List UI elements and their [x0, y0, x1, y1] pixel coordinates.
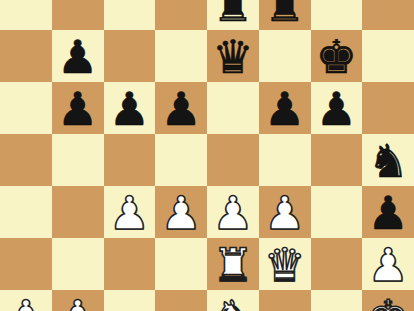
- square-b8[interactable]: [52, 0, 104, 30]
- white-pawn[interactable]: ♟: [57, 291, 98, 311]
- square-h7[interactable]: [362, 30, 414, 82]
- square-g2[interactable]: [311, 290, 363, 311]
- black-rook[interactable]: ♜: [212, 0, 253, 31]
- black-pawn[interactable]: ♟: [161, 83, 202, 135]
- black-pawn[interactable]: ♟: [109, 83, 150, 135]
- black-pawn[interactable]: ♟: [264, 83, 305, 135]
- square-c7[interactable]: [104, 30, 156, 82]
- square-e2[interactable]: ♞: [207, 290, 259, 311]
- square-a4[interactable]: [0, 186, 52, 238]
- black-rook[interactable]: ♜: [264, 0, 305, 31]
- white-pawn[interactable]: ♟: [5, 291, 46, 311]
- square-d2[interactable]: [155, 290, 207, 311]
- square-g8[interactable]: [311, 0, 363, 30]
- square-a2[interactable]: ♟: [0, 290, 52, 311]
- square-e8[interactable]: ♜: [207, 0, 259, 30]
- white-pawn[interactable]: ♟: [368, 239, 409, 291]
- black-queen[interactable]: ♛: [212, 31, 253, 83]
- black-pawn[interactable]: ♟: [57, 83, 98, 135]
- square-h4[interactable]: ♟: [362, 186, 414, 238]
- white-knight[interactable]: ♞: [212, 291, 253, 311]
- white-pawn[interactable]: ♟: [109, 187, 150, 239]
- square-a6[interactable]: [0, 82, 52, 134]
- square-c8[interactable]: [104, 0, 156, 30]
- square-g3[interactable]: [311, 238, 363, 290]
- square-f4[interactable]: ♟: [259, 186, 311, 238]
- square-e6[interactable]: [207, 82, 259, 134]
- square-b4[interactable]: [52, 186, 104, 238]
- square-d5[interactable]: [155, 134, 207, 186]
- square-d6[interactable]: ♟: [155, 82, 207, 134]
- square-h3[interactable]: ♟: [362, 238, 414, 290]
- square-d7[interactable]: [155, 30, 207, 82]
- white-pawn[interactable]: ♟: [264, 187, 305, 239]
- square-e3[interactable]: ♜: [207, 238, 259, 290]
- square-g7[interactable]: ♚: [311, 30, 363, 82]
- square-f7[interactable]: [259, 30, 311, 82]
- square-c5[interactable]: [104, 134, 156, 186]
- square-g5[interactable]: [311, 134, 363, 186]
- black-pawn[interactable]: ♟: [57, 31, 98, 83]
- square-d3[interactable]: [155, 238, 207, 290]
- square-g4[interactable]: [311, 186, 363, 238]
- square-f5[interactable]: [259, 134, 311, 186]
- square-c6[interactable]: ♟: [104, 82, 156, 134]
- square-b5[interactable]: [52, 134, 104, 186]
- square-e7[interactable]: ♛: [207, 30, 259, 82]
- chess-board-viewport: ♜♜♟♛♚♟♟♟♟♟♞♟♟♟♟♟♜♛♟♟♟♞♚: [0, 0, 414, 311]
- square-a7[interactable]: [0, 30, 52, 82]
- black-king[interactable]: ♚: [316, 31, 357, 83]
- square-e4[interactable]: ♟: [207, 186, 259, 238]
- square-h8[interactable]: [362, 0, 414, 30]
- square-c3[interactable]: [104, 238, 156, 290]
- square-b6[interactable]: ♟: [52, 82, 104, 134]
- white-pawn[interactable]: ♟: [212, 187, 253, 239]
- black-pawn[interactable]: ♟: [368, 187, 409, 239]
- white-rook[interactable]: ♜: [212, 239, 253, 291]
- square-b7[interactable]: ♟: [52, 30, 104, 82]
- square-a5[interactable]: [0, 134, 52, 186]
- square-d8[interactable]: [155, 0, 207, 30]
- square-a3[interactable]: [0, 238, 52, 290]
- square-g6[interactable]: ♟: [311, 82, 363, 134]
- square-d4[interactable]: ♟: [155, 186, 207, 238]
- square-h2[interactable]: ♚: [362, 290, 414, 311]
- square-c2[interactable]: [104, 290, 156, 311]
- square-b3[interactable]: [52, 238, 104, 290]
- square-h5[interactable]: ♞: [362, 134, 414, 186]
- white-queen[interactable]: ♛: [264, 239, 305, 291]
- black-pawn[interactable]: ♟: [316, 83, 357, 135]
- chess-board: ♜♜♟♛♚♟♟♟♟♟♞♟♟♟♟♟♜♛♟♟♟♞♚: [0, 0, 414, 311]
- square-c4[interactable]: ♟: [104, 186, 156, 238]
- white-pawn[interactable]: ♟: [161, 187, 202, 239]
- square-a8[interactable]: [0, 0, 52, 30]
- white-king[interactable]: ♚: [368, 291, 409, 311]
- square-h6[interactable]: [362, 82, 414, 134]
- square-f8[interactable]: ♜: [259, 0, 311, 30]
- square-b2[interactable]: ♟: [52, 290, 104, 311]
- square-f2[interactable]: [259, 290, 311, 311]
- square-f3[interactable]: ♛: [259, 238, 311, 290]
- square-e5[interactable]: [207, 134, 259, 186]
- black-knight[interactable]: ♞: [368, 135, 409, 187]
- square-f6[interactable]: ♟: [259, 82, 311, 134]
